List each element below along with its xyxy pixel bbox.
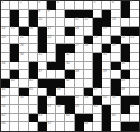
black-cell	[10, 70, 19, 79]
black-cell	[93, 79, 102, 88]
white-cell[interactable]	[102, 88, 111, 97]
white-cell[interactable]	[10, 62, 19, 71]
black-cell	[111, 62, 120, 71]
black-cell	[75, 122, 84, 131]
white-cell[interactable]: 6	[111, 1, 120, 10]
white-cell[interactable]	[29, 53, 38, 62]
white-cell[interactable]	[130, 62, 139, 71]
clue-number: 51	[47, 96, 51, 100]
white-cell[interactable]	[1, 10, 10, 19]
black-cell	[102, 10, 111, 19]
black-cell	[29, 114, 38, 123]
black-cell	[93, 70, 102, 79]
black-cell	[121, 1, 130, 10]
clue-number: 3	[38, 1, 40, 5]
white-cell[interactable]	[93, 44, 102, 53]
white-cell[interactable]: 49	[1, 96, 10, 105]
white-cell[interactable]: 56	[1, 105, 10, 114]
white-cell[interactable]	[84, 27, 93, 36]
white-cell[interactable]	[121, 114, 130, 123]
white-cell[interactable]	[47, 70, 56, 79]
clue-number: 41	[29, 79, 33, 83]
white-cell[interactable]: 17	[47, 27, 56, 36]
clue-number: 12	[84, 18, 88, 22]
white-cell[interactable]	[130, 79, 139, 88]
clue-number: 60	[93, 105, 97, 109]
white-cell[interactable]	[38, 88, 47, 97]
white-cell[interactable]: 15	[10, 27, 19, 36]
white-cell[interactable]: 8	[38, 10, 47, 19]
white-cell[interactable]: 2	[19, 1, 28, 10]
white-cell[interactable]	[29, 36, 38, 45]
black-cell	[38, 36, 47, 45]
white-cell[interactable]	[29, 105, 38, 114]
clue-number: 25	[130, 36, 134, 40]
black-cell	[75, 10, 84, 19]
white-cell[interactable]	[19, 105, 28, 114]
white-cell[interactable]: 59	[75, 105, 84, 114]
black-cell	[121, 122, 130, 131]
white-cell[interactable]: 13	[111, 18, 120, 27]
white-cell[interactable]: 27	[75, 44, 84, 53]
white-cell[interactable]	[19, 62, 28, 71]
black-cell	[38, 27, 47, 36]
white-cell[interactable]: 32	[65, 53, 74, 62]
black-cell	[10, 53, 19, 62]
black-cell	[10, 10, 19, 19]
white-cell[interactable]	[65, 36, 74, 45]
clue-number: 50	[20, 96, 24, 100]
white-cell[interactable]: 64	[65, 114, 74, 123]
white-cell[interactable]: 12	[84, 18, 93, 27]
clue-number: 44	[2, 88, 6, 92]
clue-number: 16	[29, 27, 33, 31]
clue-number: 17	[47, 27, 51, 31]
clue-number: 61	[130, 105, 134, 109]
white-cell[interactable]	[10, 96, 19, 105]
white-cell[interactable]: 45	[29, 88, 38, 97]
black-cell	[65, 70, 74, 79]
black-cell	[93, 62, 102, 71]
clue-number: 27	[75, 44, 79, 48]
white-cell[interactable]: 53	[84, 96, 93, 105]
clue-number: 7	[130, 1, 132, 5]
black-cell	[38, 96, 47, 105]
white-cell[interactable]	[10, 36, 19, 45]
clue-number: 58	[57, 105, 61, 109]
white-cell[interactable]	[29, 96, 38, 105]
black-cell	[102, 105, 111, 114]
white-cell[interactable]: 51	[47, 96, 56, 105]
white-cell[interactable]	[102, 79, 111, 88]
clue-number: 4	[57, 1, 59, 5]
white-cell[interactable]	[29, 44, 38, 53]
black-cell	[65, 10, 74, 19]
white-cell[interactable]	[130, 10, 139, 19]
clue-number: 22	[47, 36, 51, 40]
black-cell	[56, 62, 65, 71]
white-cell[interactable]: 68	[84, 122, 93, 131]
white-cell[interactable]	[47, 44, 56, 53]
clue-number: 36	[121, 62, 125, 66]
clue-number: 46	[57, 88, 61, 92]
white-cell[interactable]: 4	[56, 1, 65, 10]
white-cell[interactable]: 10	[38, 18, 47, 27]
clue-number: 67	[47, 122, 51, 126]
black-cell	[121, 96, 130, 105]
white-cell[interactable]: 16	[29, 27, 38, 36]
clue-number: 8	[38, 10, 40, 14]
white-cell[interactable]: 54	[102, 96, 111, 105]
clue-number: 10	[38, 18, 42, 22]
white-cell[interactable]	[29, 1, 38, 10]
white-cell[interactable]	[111, 122, 120, 131]
clue-number: 38	[75, 70, 79, 74]
black-cell	[93, 18, 102, 27]
white-cell[interactable]	[102, 62, 111, 71]
white-cell[interactable]	[84, 62, 93, 71]
white-cell[interactable]	[19, 70, 28, 79]
clue-number: 9	[47, 10, 49, 14]
white-cell[interactable]: 41	[29, 79, 38, 88]
black-cell	[84, 114, 93, 123]
white-cell[interactable]	[75, 36, 84, 45]
black-cell	[10, 44, 19, 53]
white-cell[interactable]: 55	[111, 96, 120, 105]
clue-number: 35	[66, 62, 70, 66]
white-cell[interactable]: 62	[1, 114, 10, 123]
clue-number: 37	[38, 70, 42, 74]
white-cell[interactable]: 30	[19, 53, 28, 62]
white-cell[interactable]: 65	[111, 114, 120, 123]
black-cell	[56, 53, 65, 62]
clue-number: 19	[103, 27, 107, 31]
clue-number: 68	[84, 122, 88, 126]
black-cell	[84, 36, 93, 45]
white-cell[interactable]	[75, 53, 84, 62]
white-cell[interactable]	[56, 18, 65, 27]
clue-number: 32	[66, 53, 70, 57]
white-cell[interactable]	[10, 88, 19, 97]
clue-number: 26	[20, 44, 24, 48]
white-cell[interactable]	[102, 36, 111, 45]
black-cell	[47, 62, 56, 71]
white-cell[interactable]	[10, 105, 19, 114]
white-cell[interactable]	[47, 18, 56, 27]
black-cell	[121, 105, 130, 114]
white-cell[interactable]	[84, 1, 93, 10]
white-cell[interactable]: 37	[38, 70, 47, 79]
white-cell[interactable]	[84, 53, 93, 62]
white-cell[interactable]	[56, 27, 65, 36]
black-cell	[38, 122, 47, 131]
white-cell[interactable]	[65, 18, 74, 27]
clue-number: 2	[20, 1, 22, 5]
clue-number: 57	[47, 105, 51, 109]
white-cell[interactable]: 11	[75, 18, 84, 27]
white-cell[interactable]	[19, 10, 28, 19]
black-cell	[84, 10, 93, 19]
clue-number: 56	[2, 105, 6, 109]
clue-number: 43	[121, 79, 125, 83]
white-cell[interactable]	[56, 114, 65, 123]
white-cell[interactable]	[47, 114, 56, 123]
clue-number: 48	[121, 88, 125, 92]
white-cell[interactable]: 29	[111, 44, 120, 53]
clue-number: 21	[20, 36, 24, 40]
white-cell[interactable]	[56, 122, 65, 131]
clue-number: 66	[2, 122, 6, 126]
black-cell	[29, 10, 38, 19]
white-cell[interactable]	[10, 122, 19, 131]
white-cell[interactable]	[19, 18, 28, 27]
white-cell[interactable]: 14	[1, 27, 10, 36]
white-cell[interactable]: 57	[47, 105, 56, 114]
white-cell[interactable]	[111, 10, 120, 19]
white-cell[interactable]: 18	[75, 27, 84, 36]
white-cell[interactable]	[65, 122, 74, 131]
black-cell	[38, 44, 47, 53]
white-cell[interactable]	[75, 79, 84, 88]
white-cell[interactable]: 7	[130, 1, 139, 10]
white-cell[interactable]: 20	[1, 36, 10, 45]
black-cell	[47, 79, 56, 88]
black-cell	[121, 44, 130, 53]
white-cell[interactable]	[93, 114, 102, 123]
black-cell	[29, 18, 38, 27]
clue-number: 63	[38, 114, 42, 118]
white-cell[interactable]: 25	[130, 36, 139, 45]
white-cell[interactable]	[130, 44, 139, 53]
black-cell	[47, 1, 56, 10]
clue-number: 15	[11, 27, 15, 31]
white-cell[interactable]	[84, 70, 93, 79]
black-cell	[102, 114, 111, 123]
white-cell[interactable]: 36	[121, 62, 130, 71]
white-cell[interactable]: 67	[47, 122, 56, 131]
white-cell[interactable]	[10, 1, 19, 10]
clue-number: 28	[84, 44, 88, 48]
black-cell	[84, 88, 93, 97]
black-cell	[111, 88, 120, 97]
white-cell[interactable]: 26	[19, 44, 28, 53]
white-cell[interactable]	[56, 36, 65, 45]
white-cell[interactable]	[56, 70, 65, 79]
clue-number: 30	[20, 53, 24, 57]
white-cell[interactable]	[19, 122, 28, 131]
white-cell[interactable]: 44	[1, 88, 10, 97]
black-cell	[93, 53, 102, 62]
black-cell	[65, 44, 74, 53]
black-cell	[19, 27, 28, 36]
white-cell[interactable]: 5	[93, 1, 102, 10]
white-cell[interactable]: 60	[93, 105, 102, 114]
white-cell[interactable]: 46	[56, 88, 65, 97]
white-cell[interactable]	[75, 1, 84, 10]
black-cell	[93, 27, 102, 36]
black-cell	[47, 88, 56, 97]
white-cell[interactable]: 24	[121, 36, 130, 45]
black-cell	[56, 96, 65, 105]
white-cell[interactable]	[111, 105, 120, 114]
black-cell	[75, 114, 84, 123]
black-cell	[121, 27, 130, 36]
white-cell[interactable]	[29, 122, 38, 131]
white-cell[interactable]: 34	[1, 62, 10, 71]
white-cell[interactable]: 63	[38, 114, 47, 123]
clue-number: 11	[75, 18, 79, 22]
white-cell[interactable]: 9	[47, 10, 56, 19]
clue-number: 40	[11, 79, 15, 83]
white-cell[interactable]: 19	[102, 27, 111, 36]
clue-number: 20	[2, 36, 6, 40]
clue-number: 39	[103, 70, 107, 74]
white-cell[interactable]: 23	[93, 36, 102, 45]
clue-number: 31	[38, 53, 42, 57]
clue-number: 65	[112, 114, 116, 118]
clue-number: 18	[75, 27, 79, 31]
clue-number: 23	[93, 36, 97, 40]
clue-number: 55	[112, 96, 116, 100]
white-cell[interactable]	[1, 18, 10, 27]
white-cell[interactable]	[130, 53, 139, 62]
black-cell	[111, 79, 120, 88]
black-cell	[121, 10, 130, 19]
black-cell	[121, 53, 130, 62]
white-cell[interactable]	[121, 18, 130, 27]
black-cell	[38, 79, 47, 88]
white-cell[interactable]	[111, 27, 120, 36]
white-cell[interactable]	[84, 79, 93, 88]
black-cell	[130, 27, 139, 36]
white-cell[interactable]	[84, 105, 93, 114]
black-cell	[93, 96, 102, 105]
white-cell[interactable]: 52	[75, 96, 84, 105]
black-cell	[102, 18, 111, 27]
white-cell[interactable]: 22	[47, 36, 56, 45]
black-cell	[19, 88, 28, 97]
white-cell[interactable]	[10, 114, 19, 123]
white-cell[interactable]	[130, 88, 139, 97]
clue-number: 64	[66, 114, 70, 118]
white-cell[interactable]	[111, 53, 120, 62]
black-cell	[65, 27, 74, 36]
clue-number: 54	[103, 96, 107, 100]
clue-number: 59	[75, 105, 79, 109]
white-cell[interactable]	[1, 53, 10, 62]
black-cell	[56, 44, 65, 53]
black-cell	[65, 105, 74, 114]
white-cell[interactable]: 1	[1, 1, 10, 10]
white-cell[interactable]: 31	[38, 53, 47, 62]
clue-number: 24	[121, 36, 125, 40]
white-cell[interactable]	[19, 114, 28, 123]
white-cell[interactable]	[65, 88, 74, 97]
white-cell[interactable]	[65, 1, 74, 10]
clue-number: 47	[93, 88, 97, 92]
white-cell[interactable]	[130, 18, 139, 27]
clue-number: 45	[29, 88, 33, 92]
clue-number: 13	[112, 18, 116, 22]
black-cell	[56, 79, 65, 88]
white-cell[interactable]	[47, 53, 56, 62]
black-cell	[102, 122, 111, 131]
white-cell[interactable]	[130, 70, 139, 79]
white-cell[interactable]	[38, 62, 47, 71]
black-cell	[65, 96, 74, 105]
white-cell[interactable]: 61	[130, 105, 139, 114]
white-cell[interactable]: 28	[84, 44, 93, 53]
clue-number: 52	[75, 96, 79, 100]
white-cell[interactable]	[102, 1, 111, 10]
clue-number: 62	[2, 114, 6, 118]
black-cell	[102, 44, 111, 53]
black-cell	[130, 122, 139, 131]
clue-number: 6	[112, 1, 114, 5]
clue-number: 49	[2, 96, 6, 100]
white-cell[interactable]: 47	[93, 88, 102, 97]
white-cell[interactable]: 40	[10, 79, 19, 88]
black-cell	[38, 105, 47, 114]
white-cell[interactable]	[75, 88, 84, 97]
white-cell[interactable]: 42	[65, 79, 74, 88]
clue-number: 53	[84, 96, 88, 100]
white-cell[interactable]	[75, 62, 84, 71]
black-cell	[29, 62, 38, 71]
white-cell[interactable]	[1, 70, 10, 79]
white-cell[interactable]	[56, 10, 65, 19]
white-cell[interactable]	[111, 70, 120, 79]
white-cell[interactable]: 50	[19, 96, 28, 105]
white-cell[interactable]	[19, 79, 28, 88]
white-cell[interactable]: 21	[19, 36, 28, 45]
white-cell[interactable]: 43	[121, 79, 130, 88]
white-cell[interactable]: 38	[75, 70, 84, 79]
clue-number: 42	[66, 79, 70, 83]
white-cell[interactable]: 33	[102, 53, 111, 62]
white-cell[interactable]: 48	[121, 88, 130, 97]
white-cell[interactable]: 58	[56, 105, 65, 114]
white-cell[interactable]: 39	[102, 70, 111, 79]
clue-number: 1	[2, 1, 4, 5]
clue-number: 34	[2, 62, 6, 66]
black-cell	[29, 70, 38, 79]
clue-number: 29	[112, 44, 116, 48]
white-cell[interactable]	[93, 10, 102, 19]
clue-number: 33	[103, 53, 107, 57]
white-cell[interactable]: 3	[38, 1, 47, 10]
crossword-grid: 1234567891011121314151617181920212223242…	[0, 0, 140, 132]
black-cell	[121, 70, 130, 79]
black-cell	[130, 96, 139, 105]
clue-number: 14	[2, 27, 6, 31]
white-cell[interactable]: 66	[1, 122, 10, 131]
clue-number: 5	[93, 1, 95, 5]
black-cell	[111, 36, 120, 45]
black-cell	[1, 79, 10, 88]
white-cell[interactable]: 35	[65, 62, 74, 71]
black-cell	[10, 18, 19, 27]
white-cell[interactable]	[130, 114, 139, 123]
white-cell[interactable]	[93, 122, 102, 131]
white-cell[interactable]	[1, 44, 10, 53]
